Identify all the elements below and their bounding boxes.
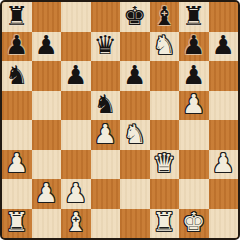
white-queen-piece[interactable]: ♛ xyxy=(153,150,176,176)
square-f4[interactable] xyxy=(150,120,180,150)
black-bishop-piece[interactable]: ♝ xyxy=(153,3,176,29)
square-b8[interactable] xyxy=(32,2,62,32)
black-knight-piece[interactable]: ♞ xyxy=(5,62,28,88)
square-c1[interactable]: ♝ xyxy=(61,209,91,239)
square-f1[interactable]: ♜ xyxy=(150,209,180,239)
white-pawn-piece[interactable]: ♟ xyxy=(35,180,58,206)
square-d7[interactable]: ♛ xyxy=(91,32,121,62)
square-g4[interactable] xyxy=(179,120,209,150)
square-a3[interactable]: ♟ xyxy=(2,150,32,180)
square-h5[interactable] xyxy=(209,91,239,121)
square-h2[interactable] xyxy=(209,179,239,209)
square-c7[interactable] xyxy=(61,32,91,62)
white-knight-piece[interactable]: ♞ xyxy=(123,121,146,147)
square-g1[interactable]: ♚ xyxy=(179,209,209,239)
square-h3[interactable]: ♟ xyxy=(209,150,239,180)
black-pawn-piece[interactable]: ♟ xyxy=(212,32,235,58)
square-e8[interactable]: ♚ xyxy=(120,2,150,32)
square-b1[interactable] xyxy=(32,209,62,239)
square-e5[interactable] xyxy=(120,91,150,121)
square-g2[interactable] xyxy=(179,179,209,209)
square-h8[interactable] xyxy=(209,2,239,32)
square-b3[interactable] xyxy=(32,150,62,180)
square-c6[interactable]: ♟ xyxy=(61,61,91,91)
square-h1[interactable] xyxy=(209,209,239,239)
square-g6[interactable]: ♟ xyxy=(179,61,209,91)
square-e4[interactable]: ♞ xyxy=(120,120,150,150)
white-pawn-piece[interactable]: ♟ xyxy=(212,150,235,176)
square-h7[interactable]: ♟ xyxy=(209,32,239,62)
black-knight-piece[interactable]: ♞ xyxy=(94,91,117,117)
square-a5[interactable] xyxy=(2,91,32,121)
black-pawn-piece[interactable]: ♟ xyxy=(5,32,28,58)
square-d3[interactable] xyxy=(91,150,121,180)
square-d6[interactable] xyxy=(91,61,121,91)
black-king-piece[interactable]: ♚ xyxy=(123,3,146,29)
square-a8[interactable]: ♜ xyxy=(2,2,32,32)
square-e3[interactable] xyxy=(120,150,150,180)
square-g3[interactable] xyxy=(179,150,209,180)
square-f2[interactable] xyxy=(150,179,180,209)
square-b5[interactable] xyxy=(32,91,62,121)
black-pawn-piece[interactable]: ♟ xyxy=(182,62,205,88)
black-pawn-piece[interactable]: ♟ xyxy=(123,62,146,88)
square-g7[interactable]: ♟ xyxy=(179,32,209,62)
square-d2[interactable] xyxy=(91,179,121,209)
black-rook-piece[interactable]: ♜ xyxy=(182,3,205,29)
square-f8[interactable]: ♝ xyxy=(150,2,180,32)
black-pawn-piece[interactable]: ♟ xyxy=(182,32,205,58)
square-d5[interactable]: ♞ xyxy=(91,91,121,121)
square-c4[interactable] xyxy=(61,120,91,150)
square-b4[interactable] xyxy=(32,120,62,150)
square-b2[interactable]: ♟ xyxy=(32,179,62,209)
square-a6[interactable]: ♞ xyxy=(2,61,32,91)
white-knight-piece[interactable]: ♞ xyxy=(153,32,176,58)
square-c5[interactable] xyxy=(61,91,91,121)
square-a4[interactable] xyxy=(2,120,32,150)
square-d1[interactable] xyxy=(91,209,121,239)
black-pawn-piece[interactable]: ♟ xyxy=(35,32,58,58)
square-b6[interactable] xyxy=(32,61,62,91)
square-f6[interactable] xyxy=(150,61,180,91)
square-e7[interactable] xyxy=(120,32,150,62)
square-c8[interactable] xyxy=(61,2,91,32)
square-b7[interactable]: ♟ xyxy=(32,32,62,62)
square-c2[interactable]: ♟ xyxy=(61,179,91,209)
square-h4[interactable] xyxy=(209,120,239,150)
square-f7[interactable]: ♞ xyxy=(150,32,180,62)
white-pawn-piece[interactable]: ♟ xyxy=(182,91,205,117)
square-c3[interactable] xyxy=(61,150,91,180)
square-h6[interactable] xyxy=(209,61,239,91)
square-e1[interactable] xyxy=(120,209,150,239)
white-rook-piece[interactable]: ♜ xyxy=(153,209,176,235)
white-king-piece[interactable]: ♚ xyxy=(182,209,205,235)
black-rook-piece[interactable]: ♜ xyxy=(5,3,28,29)
square-d8[interactable] xyxy=(91,2,121,32)
white-bishop-piece[interactable]: ♝ xyxy=(64,209,87,235)
square-e6[interactable]: ♟ xyxy=(120,61,150,91)
square-d4[interactable]: ♟ xyxy=(91,120,121,150)
chess-board-frame: ♜♚♝♜♟♟♛♞♟♟♞♟♟♟♞♟♟♞♟♛♟♟♟♜♝♜♚ xyxy=(0,0,240,240)
white-rook-piece[interactable]: ♜ xyxy=(5,209,28,235)
white-pawn-piece[interactable]: ♟ xyxy=(5,150,28,176)
white-pawn-piece[interactable]: ♟ xyxy=(64,180,87,206)
black-queen-piece[interactable]: ♛ xyxy=(94,32,117,58)
chess-board: ♜♚♝♜♟♟♛♞♟♟♞♟♟♟♞♟♟♞♟♛♟♟♟♜♝♜♚ xyxy=(2,2,238,238)
square-f3[interactable]: ♛ xyxy=(150,150,180,180)
square-e2[interactable] xyxy=(120,179,150,209)
square-a1[interactable]: ♜ xyxy=(2,209,32,239)
square-f5[interactable] xyxy=(150,91,180,121)
square-g8[interactable]: ♜ xyxy=(179,2,209,32)
square-g5[interactable]: ♟ xyxy=(179,91,209,121)
white-pawn-piece[interactable]: ♟ xyxy=(94,121,117,147)
square-a2[interactable] xyxy=(2,179,32,209)
black-pawn-piece[interactable]: ♟ xyxy=(64,62,87,88)
square-a7[interactable]: ♟ xyxy=(2,32,32,62)
